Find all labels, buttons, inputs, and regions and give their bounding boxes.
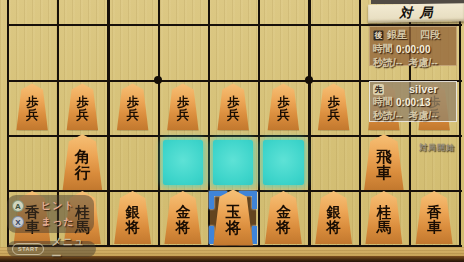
move-highlight[interactable] <box>263 140 303 185</box>
shogi-piece-6i[interactable]: 金将 <box>162 191 203 244</box>
shogi-piece-3g[interactable]: 歩兵 <box>316 83 351 130</box>
square-1i[interactable]: 香車 <box>409 190 459 245</box>
move-list[interactable]: 対局開始 <box>369 142 455 153</box>
undo-label: まった <box>41 215 75 229</box>
action-hint-box: A ヒント X まった <box>7 195 94 233</box>
shogi-piece-4g[interactable]: 歩兵 <box>266 83 301 130</box>
undo-button[interactable]: X まった <box>12 215 89 229</box>
gote-side-badge: 後 <box>373 30 384 41</box>
square-8g[interactable]: 歩兵 <box>57 79 107 134</box>
square-9g[interactable]: 歩兵 <box>7 79 57 134</box>
hint-label: ヒント <box>41 199 75 213</box>
sente-name: silver <box>409 83 438 95</box>
shogi-piece-4i[interactable]: 金将 <box>263 191 304 244</box>
star-point <box>154 76 162 84</box>
square-2i[interactable]: 桂馬 <box>359 190 409 245</box>
player-panel-sente: 先 silver 時間 0:00:13 秒読/-- 考慮/-- <box>369 81 457 122</box>
shogi-piece-2i[interactable]: 桂馬 <box>363 191 404 244</box>
legal-move-square-4h[interactable] <box>258 135 308 190</box>
shogi-piece-1i[interactable]: 香車 <box>414 191 455 244</box>
square-6i[interactable]: 金将 <box>158 190 208 245</box>
game-title: 対局 <box>393 4 440 23</box>
square-7i[interactable]: 銀将 <box>108 190 158 245</box>
player-panel-gote: 後 銀星 四段 時間 0:00:00 秒読/-- 考慮/-- <box>369 26 457 66</box>
square-7g[interactable]: 歩兵 <box>108 79 158 134</box>
gote-rank: 四段 <box>420 28 440 42</box>
shogi-piece-5g[interactable]: 歩兵 <box>216 83 251 130</box>
square-4g[interactable]: 歩兵 <box>258 79 308 134</box>
square-3i[interactable]: 銀将 <box>309 190 359 245</box>
move-list-entry: 対局開始 <box>369 142 455 153</box>
gote-name: 銀星 <box>387 28 407 42</box>
square-6g[interactable]: 歩兵 <box>158 79 208 134</box>
sente-side-badge: 先 <box>373 84 384 95</box>
start-button-icon[interactable]: START <box>12 243 44 255</box>
square-3g[interactable]: 歩兵 <box>309 79 359 134</box>
sente-time: 0:00:13 <box>396 97 430 108</box>
square-8h[interactable]: 角行 <box>57 135 107 190</box>
sente-consideration: 考慮/-- <box>408 109 437 123</box>
game-title-banner: 対局 <box>368 3 464 22</box>
menu-label: メニュー <box>51 235 91 262</box>
legal-move-square-5h[interactable] <box>208 135 258 190</box>
shogi-piece-8h[interactable]: 角行 <box>60 134 104 190</box>
sente-byoyomi: 秒読/-- <box>373 109 402 123</box>
shogi-piece-8g[interactable]: 歩兵 <box>65 83 100 130</box>
move-highlight[interactable] <box>213 140 253 185</box>
sente-time-label: 時間 <box>373 95 393 109</box>
shogi-piece-7g[interactable]: 歩兵 <box>115 83 150 130</box>
gote-byoyomi: 秒読/-- <box>373 56 402 70</box>
a-button-icon: A <box>12 200 24 212</box>
shogi-piece-6g[interactable]: 歩兵 <box>165 83 200 130</box>
gote-consideration: 考慮/-- <box>408 56 437 70</box>
menu-hint-box: START メニュー <box>7 241 96 257</box>
selected-square-5i[interactable]: 玉将 <box>208 190 258 245</box>
shogi-piece-3i[interactable]: 銀将 <box>313 191 354 244</box>
square-4i[interactable]: 金将 <box>258 190 308 245</box>
gote-time: 0:00:00 <box>396 44 430 55</box>
shogi-piece-7i[interactable]: 銀将 <box>112 191 153 244</box>
star-point <box>305 76 313 84</box>
gote-time-label: 時間 <box>373 42 393 56</box>
shogi-piece-9g[interactable]: 歩兵 <box>15 83 50 130</box>
legal-move-square-6h[interactable] <box>158 135 208 190</box>
x-button-icon: X <box>12 216 24 228</box>
hint-button[interactable]: A ヒント <box>12 199 89 213</box>
square-5g[interactable]: 歩兵 <box>208 79 258 134</box>
move-highlight[interactable] <box>163 140 203 185</box>
